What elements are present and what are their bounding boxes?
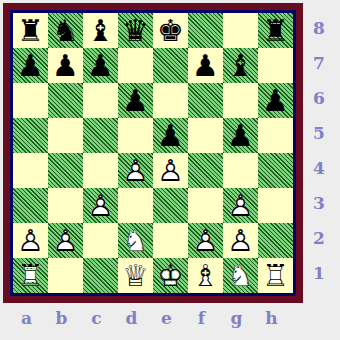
square-f6[interactable] — [188, 83, 223, 118]
black-pawn: ♟ — [83, 48, 118, 83]
black-pawn: ♟ — [13, 48, 48, 83]
square-a8[interactable]: ♜ — [13, 13, 48, 48]
white-pawn-outline: ♙ — [188, 223, 223, 258]
square-e2[interactable] — [153, 223, 188, 258]
white-knight-outline: ♘ — [118, 223, 153, 258]
file-label-b: b — [44, 308, 79, 328]
square-b1[interactable] — [48, 258, 83, 293]
square-h2[interactable] — [258, 223, 293, 258]
square-b4[interactable] — [48, 153, 83, 188]
rank-label-5: 5 — [305, 115, 333, 150]
black-knight-glyph: ♞ — [48, 13, 83, 48]
square-h3[interactable] — [258, 188, 293, 223]
square-h4[interactable] — [258, 153, 293, 188]
square-c6[interactable] — [83, 83, 118, 118]
black-rook: ♜ — [258, 13, 293, 48]
square-e8[interactable]: ♚ — [153, 13, 188, 48]
square-g1[interactable]: ♞♘ — [223, 258, 258, 293]
file-label-f: f — [184, 308, 219, 328]
white-rook: ♜♖ — [13, 258, 48, 293]
square-b5[interactable] — [48, 118, 83, 153]
square-a2[interactable]: ♟♙ — [13, 223, 48, 258]
black-bishop-glyph: ♝ — [83, 13, 118, 48]
black-rook-glyph: ♜ — [258, 13, 293, 48]
rank-label-8: 8 — [305, 10, 333, 45]
black-king: ♚ — [153, 13, 188, 48]
square-g4[interactable] — [223, 153, 258, 188]
file-label-g: g — [219, 308, 254, 328]
chess-diagram: ♜♞♝♛♚♜♟♟♟♟♝♟♟♟♟♟♙♟♙♟♙♟♙♟♙♟♙♞♘♟♙♟♙♜♖♛♕♚♔♝… — [0, 0, 340, 340]
square-f5[interactable] — [188, 118, 223, 153]
white-pawn-outline: ♙ — [83, 188, 118, 223]
white-pawn-outline: ♙ — [223, 223, 258, 258]
black-rook: ♜ — [13, 13, 48, 48]
black-knight: ♞ — [48, 13, 83, 48]
rank-label-7: 7 — [305, 45, 333, 80]
square-h7[interactable] — [258, 48, 293, 83]
square-b8[interactable]: ♞ — [48, 13, 83, 48]
file-label-d: d — [114, 308, 149, 328]
white-pawn: ♟♙ — [223, 188, 258, 223]
square-c7[interactable]: ♟ — [83, 48, 118, 83]
file-label-e: e — [149, 308, 184, 328]
black-pawn-glyph: ♟ — [118, 83, 153, 118]
square-b7[interactable]: ♟ — [48, 48, 83, 83]
square-b6[interactable] — [48, 83, 83, 118]
rank-label-2: 2 — [305, 220, 333, 255]
file-labels: abcdefgh — [9, 308, 289, 328]
square-h1[interactable]: ♜♖ — [258, 258, 293, 293]
white-rook-outline: ♖ — [258, 258, 293, 293]
black-pawn-glyph: ♟ — [188, 48, 223, 83]
black-pawn: ♟ — [258, 83, 293, 118]
square-h5[interactable] — [258, 118, 293, 153]
square-c2[interactable] — [83, 223, 118, 258]
black-bishop: ♝ — [83, 13, 118, 48]
square-f8[interactable] — [188, 13, 223, 48]
square-g2[interactable]: ♟♙ — [223, 223, 258, 258]
black-pawn-glyph: ♟ — [48, 48, 83, 83]
square-e6[interactable] — [153, 83, 188, 118]
square-c8[interactable]: ♝ — [83, 13, 118, 48]
white-rook-outline: ♖ — [13, 258, 48, 293]
black-king-glyph: ♚ — [153, 13, 188, 48]
white-pawn-outline: ♙ — [223, 188, 258, 223]
white-pawn: ♟♙ — [153, 153, 188, 188]
black-pawn: ♟ — [223, 118, 258, 153]
black-pawn: ♟ — [48, 48, 83, 83]
black-queen-glyph: ♛ — [118, 13, 153, 48]
black-pawn: ♟ — [153, 118, 188, 153]
square-a7[interactable]: ♟ — [13, 48, 48, 83]
white-queen: ♛♕ — [118, 258, 153, 293]
white-pawn-outline: ♙ — [118, 153, 153, 188]
black-pawn-glyph: ♟ — [13, 48, 48, 83]
file-label-a: a — [9, 308, 44, 328]
square-e1[interactable]: ♚♔ — [153, 258, 188, 293]
square-g3[interactable]: ♟♙ — [223, 188, 258, 223]
white-pawn: ♟♙ — [48, 223, 83, 258]
square-a4[interactable] — [13, 153, 48, 188]
square-g8[interactable] — [223, 13, 258, 48]
white-queen-outline: ♕ — [118, 258, 153, 293]
file-label-h: h — [254, 308, 289, 328]
square-c4[interactable] — [83, 153, 118, 188]
square-f2[interactable]: ♟♙ — [188, 223, 223, 258]
square-f7[interactable]: ♟ — [188, 48, 223, 83]
square-a3[interactable] — [13, 188, 48, 223]
white-knight: ♞♘ — [118, 223, 153, 258]
rank-label-6: 6 — [305, 80, 333, 115]
board-outer-border: ♜♞♝♛♚♜♟♟♟♟♝♟♟♟♟♟♙♟♙♟♙♟♙♟♙♟♙♞♘♟♙♟♙♜♖♛♕♚♔♝… — [3, 3, 303, 303]
black-queen: ♛ — [118, 13, 153, 48]
white-bishop-outline: ♗ — [188, 258, 223, 293]
black-pawn-glyph: ♟ — [83, 48, 118, 83]
white-pawn: ♟♙ — [223, 223, 258, 258]
white-pawn: ♟♙ — [13, 223, 48, 258]
square-e4[interactable]: ♟♙ — [153, 153, 188, 188]
square-d2[interactable]: ♞♘ — [118, 223, 153, 258]
square-g5[interactable]: ♟ — [223, 118, 258, 153]
white-knight: ♞♘ — [223, 258, 258, 293]
square-c3[interactable]: ♟♙ — [83, 188, 118, 223]
square-d6[interactable]: ♟ — [118, 83, 153, 118]
white-pawn: ♟♙ — [188, 223, 223, 258]
white-knight-outline: ♘ — [223, 258, 258, 293]
white-pawn: ♟♙ — [83, 188, 118, 223]
square-e7[interactable] — [153, 48, 188, 83]
black-pawn: ♟ — [118, 83, 153, 118]
chess-board: ♜♞♝♛♚♜♟♟♟♟♝♟♟♟♟♟♙♟♙♟♙♟♙♟♙♟♙♞♘♟♙♟♙♜♖♛♕♚♔♝… — [13, 13, 293, 293]
black-pawn: ♟ — [188, 48, 223, 83]
black-bishop: ♝ — [223, 48, 258, 83]
white-pawn-outline: ♙ — [153, 153, 188, 188]
white-king: ♚♔ — [153, 258, 188, 293]
black-rook-glyph: ♜ — [13, 13, 48, 48]
square-g7[interactable]: ♝ — [223, 48, 258, 83]
square-c5[interactable] — [83, 118, 118, 153]
white-rook: ♜♖ — [258, 258, 293, 293]
rank-label-1: 1 — [305, 255, 333, 290]
square-d5[interactable] — [118, 118, 153, 153]
white-bishop: ♝♗ — [188, 258, 223, 293]
black-pawn-glyph: ♟ — [153, 118, 188, 153]
square-d1[interactable]: ♛♕ — [118, 258, 153, 293]
square-d8[interactable]: ♛ — [118, 13, 153, 48]
square-e3[interactable] — [153, 188, 188, 223]
white-pawn-outline: ♙ — [13, 223, 48, 258]
square-a6[interactable] — [13, 83, 48, 118]
white-king-outline: ♔ — [153, 258, 188, 293]
square-d3[interactable] — [118, 188, 153, 223]
rank-label-3: 3 — [305, 185, 333, 220]
square-d4[interactable]: ♟♙ — [118, 153, 153, 188]
rank-labels: 87654321 — [305, 10, 333, 290]
file-label-c: c — [79, 308, 114, 328]
board-inner-border: ♜♞♝♛♚♜♟♟♟♟♝♟♟♟♟♟♙♟♙♟♙♟♙♟♙♟♙♞♘♟♙♟♙♜♖♛♕♚♔♝… — [10, 10, 296, 296]
square-b3[interactable] — [48, 188, 83, 223]
square-a5[interactable] — [13, 118, 48, 153]
white-pawn-outline: ♙ — [48, 223, 83, 258]
white-pawn: ♟♙ — [118, 153, 153, 188]
square-a1[interactable]: ♜♖ — [13, 258, 48, 293]
square-f4[interactable] — [188, 153, 223, 188]
square-h8[interactable]: ♜ — [258, 13, 293, 48]
black-pawn-glyph: ♟ — [223, 118, 258, 153]
black-bishop-glyph: ♝ — [223, 48, 258, 83]
square-d7[interactable] — [118, 48, 153, 83]
black-pawn-glyph: ♟ — [258, 83, 293, 118]
square-b2[interactable]: ♟♙ — [48, 223, 83, 258]
square-e5[interactable]: ♟ — [153, 118, 188, 153]
square-c1[interactable] — [83, 258, 118, 293]
square-g6[interactable] — [223, 83, 258, 118]
square-f1[interactable]: ♝♗ — [188, 258, 223, 293]
square-h6[interactable]: ♟ — [258, 83, 293, 118]
rank-label-4: 4 — [305, 150, 333, 185]
square-f3[interactable] — [188, 188, 223, 223]
